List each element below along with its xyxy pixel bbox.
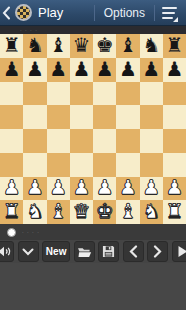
square-g4[interactable] [140,129,163,153]
white-pawn-f2: ♟ [119,177,137,197]
open-button[interactable] [74,241,95,262]
square-h5[interactable] [163,105,186,129]
square-b7[interactable]: ♟ [23,58,46,82]
black-bishop-f8: ♝ [119,35,137,55]
square-f4[interactable] [116,129,139,153]
options-button[interactable]: Options [96,0,153,25]
square-h1[interactable]: ♜ [163,200,186,224]
square-f3[interactable] [116,153,139,177]
white-rook-h1: ♜ [165,201,183,221]
square-g3[interactable] [140,153,163,177]
black-status-text: · · · · [20,27,38,33]
square-h2[interactable]: ♟ [163,177,186,201]
square-c5[interactable] [47,105,70,129]
square-e2[interactable]: ♟ [93,177,116,201]
square-g1[interactable]: ♞ [140,200,163,224]
square-a7[interactable]: ♟ [0,58,23,82]
square-c6[interactable] [47,82,70,106]
white-status-strip: · · · · [0,224,186,240]
square-e1[interactable]: ♚ [93,200,116,224]
square-a1[interactable]: ♜ [0,200,23,224]
square-d2[interactable]: ♟ [70,177,93,201]
black-pawn-e7: ♟ [96,59,114,79]
square-a8[interactable]: ♜ [0,34,23,58]
black-pawn-c7: ♟ [49,59,67,79]
play-moves-button[interactable] [172,241,186,262]
square-d3[interactable] [70,153,93,177]
square-b5[interactable] [23,105,46,129]
black-king-e8: ♚ [96,35,114,55]
white-pawn-d2: ♟ [72,177,90,197]
square-a2[interactable]: ♟ [0,177,23,201]
play-icon [177,245,186,258]
black-pawn-g7: ♟ [142,59,160,79]
square-d5[interactable] [70,105,93,129]
square-e6[interactable] [93,82,116,106]
square-g5[interactable] [140,105,163,129]
square-b2[interactable]: ♟ [23,177,46,201]
black-rook-h8: ♜ [165,35,183,55]
overflow-menu-icon[interactable] [156,0,182,25]
square-d1[interactable]: ♛ [70,200,93,224]
empty-area [0,263,186,310]
app-bar: Play Options [0,0,186,26]
chess-board[interactable]: ♜♞♝♛♚♝♞♜♟♟♟♟♟♟♟♟♟♟♟♟♟♟♟♟♜♞♝♛♚♝♞♜ [0,34,186,224]
floppy-save-icon [102,245,115,258]
step-back-button[interactable] [123,241,144,262]
menu-bars [162,6,177,20]
white-status-text: · · · · [22,229,40,235]
square-b4[interactable] [23,129,46,153]
square-d6[interactable] [70,82,93,106]
square-h8[interactable]: ♜ [163,34,186,58]
white-pawn-e2: ♟ [96,177,114,197]
square-c1[interactable]: ♝ [47,200,70,224]
square-c7[interactable]: ♟ [47,58,70,82]
square-c8[interactable]: ♝ [47,34,70,58]
black-pawn-a7: ♟ [3,59,21,79]
square-b8[interactable]: ♞ [23,34,46,58]
white-bishop-c1: ♝ [49,201,67,221]
new-game-button[interactable]: New [42,241,70,262]
black-knight-b8: ♞ [26,35,44,55]
save-button[interactable] [98,241,119,262]
square-d4[interactable] [70,129,93,153]
square-b3[interactable] [23,153,46,177]
sound-button[interactable] [0,241,14,262]
square-e4[interactable] [93,129,116,153]
square-e3[interactable] [93,153,116,177]
bottom-toolbar: New [0,240,186,263]
square-f1[interactable]: ♝ [116,200,139,224]
square-e8[interactable]: ♚ [93,34,116,58]
square-e7[interactable]: ♟ [93,58,116,82]
square-g8[interactable]: ♞ [140,34,163,58]
square-h4[interactable] [163,129,186,153]
square-f2[interactable]: ♟ [116,177,139,201]
speaker-icon [0,245,11,258]
white-queen-d1: ♛ [72,201,90,221]
white-pawn-g2: ♟ [142,177,160,197]
black-status-strip: · · · · [0,26,186,34]
appbar-divider [94,5,95,21]
white-pawn-b2: ♟ [26,177,44,197]
square-h6[interactable] [163,82,186,106]
black-bishop-c8: ♝ [49,35,67,55]
white-pawn-c2: ♟ [49,177,67,197]
chevron-left-icon [129,245,138,258]
black-pawn-h7: ♟ [165,59,183,79]
step-forward-button[interactable] [147,241,168,262]
white-knight-b1: ♞ [26,201,44,221]
black-pawn-d7: ♟ [72,59,90,79]
black-pawn-f7: ♟ [119,59,137,79]
black-pawn-b7: ♟ [26,59,44,79]
square-c4[interactable] [47,129,70,153]
white-king-e1: ♚ [96,201,114,221]
square-h7[interactable]: ♟ [163,58,186,82]
black-knight-g8: ♞ [142,35,160,55]
white-rook-a1: ♜ [3,201,21,221]
square-h3[interactable] [163,153,186,177]
appbar-divider [154,5,155,21]
chevron-right-icon [153,245,162,258]
square-a6[interactable] [0,82,23,106]
square-c2[interactable]: ♟ [47,177,70,201]
square-d8[interactable]: ♛ [70,34,93,58]
square-d7[interactable]: ♟ [70,58,93,82]
white-pawn-h2: ♟ [165,177,183,197]
square-g2[interactable]: ♟ [140,177,163,201]
square-f8[interactable]: ♝ [116,34,139,58]
square-g7[interactable]: ♟ [140,58,163,82]
square-a3[interactable] [0,153,23,177]
folder-open-icon [77,246,92,258]
square-a4[interactable] [0,129,23,153]
square-c3[interactable] [47,153,70,177]
square-b6[interactable] [23,82,46,106]
square-b1[interactable]: ♞ [23,200,46,224]
white-bishop-f1: ♝ [119,201,137,221]
black-queen-d8: ♛ [72,35,90,55]
square-a5[interactable] [0,105,23,129]
app-checkerboard-icon [15,4,32,21]
square-g6[interactable] [140,82,163,106]
white-to-move-dot [7,228,16,237]
white-pawn-a2: ♟ [3,177,21,197]
black-rook-a8: ♜ [3,35,21,55]
page-title: Play [38,5,93,20]
back-chevron-icon[interactable] [2,6,12,20]
white-knight-g1: ♞ [142,201,160,221]
chevron-down-icon [22,248,34,256]
square-e5[interactable] [93,105,116,129]
square-f5[interactable] [116,105,139,129]
collapse-button[interactable] [18,241,39,262]
square-f7[interactable]: ♟ [116,58,139,82]
square-f6[interactable] [116,82,139,106]
